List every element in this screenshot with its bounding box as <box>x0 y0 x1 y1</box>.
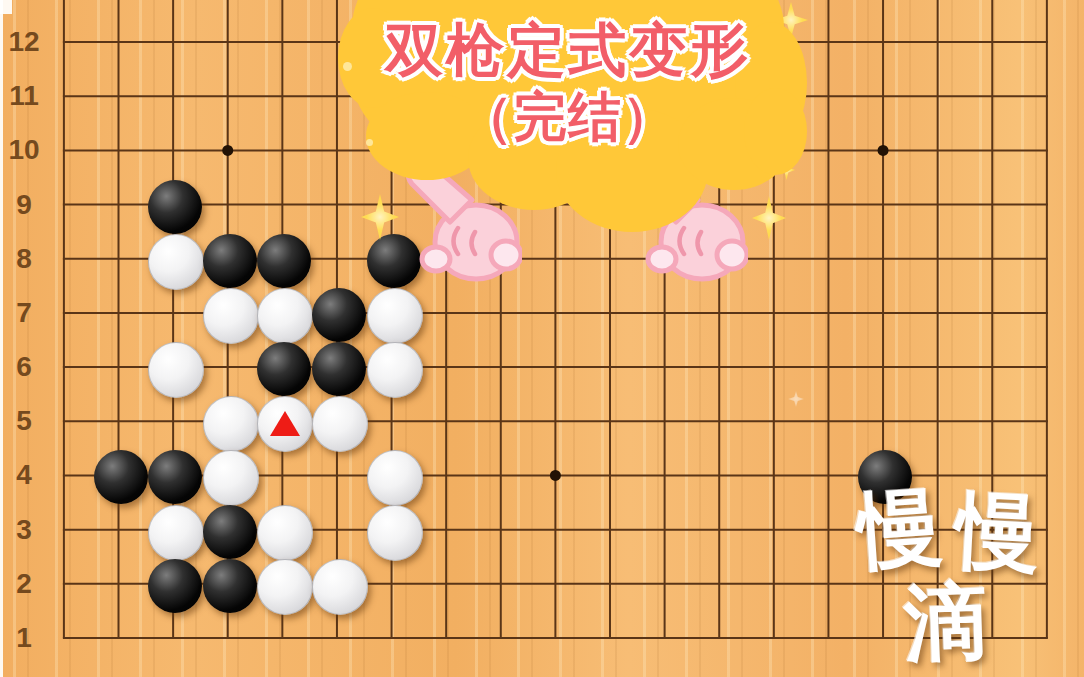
stone-white-F5 <box>312 396 368 452</box>
left-white-corner <box>0 0 12 14</box>
stone-white-G7 <box>367 288 423 344</box>
stone-black-B4 <box>94 450 148 504</box>
stone-white-F2 <box>312 559 368 615</box>
title-line-2: （完结） <box>352 82 784 154</box>
stone-white-D5 <box>203 396 259 452</box>
stone-white-G4 <box>367 450 423 506</box>
stone-white-E7 <box>257 288 313 344</box>
stone-white-G3 <box>367 505 423 561</box>
stone-black-D2 <box>203 559 257 613</box>
stone-white-E2 <box>257 559 313 615</box>
stone-black-E6 <box>257 342 311 396</box>
left-white-edge <box>0 0 3 677</box>
watermark-char: 滴 <box>903 579 990 666</box>
stone-black-F6 <box>312 342 366 396</box>
title-line-1: 双枪定式变形 <box>352 12 784 90</box>
stone-white-D4 <box>203 450 259 506</box>
stone-black-C9 <box>148 180 202 234</box>
go-lesson-frame: 121110987654321 双枪定式变形 （完结） <box>0 0 1084 677</box>
stone-white-C6 <box>148 342 204 398</box>
watermark-char: 慢 <box>855 484 945 574</box>
stone-white-E5 <box>257 396 313 452</box>
stone-black-D3 <box>203 505 257 559</box>
stone-white-E3 <box>257 505 313 561</box>
stone-black-C4 <box>148 450 202 504</box>
stone-black-C2 <box>148 559 202 613</box>
stone-black-D8 <box>203 234 257 288</box>
stone-white-G6 <box>367 342 423 398</box>
stone-black-E8 <box>257 234 311 288</box>
stone-white-C3 <box>148 505 204 561</box>
sparkle-dot-icon <box>343 62 352 71</box>
stone-white-C8 <box>148 234 204 290</box>
watermark-char: 慢 <box>954 488 1042 576</box>
red-triangle-marker <box>270 411 300 436</box>
stone-black-F7 <box>312 288 366 342</box>
stone-white-D7 <box>203 288 259 344</box>
